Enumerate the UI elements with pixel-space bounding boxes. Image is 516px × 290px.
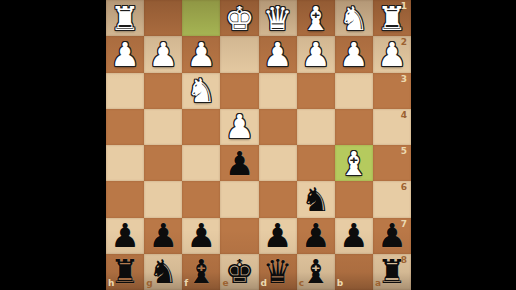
chess-board: ♜♚♛♝♞♜♟♟♟♟♟♟♟♞♟♟♝♞♟♟♟♟♟♟♟♜♞♝♚♛♝♜ 1234567… [106,0,411,290]
white-pawn[interactable]: ♟ [259,36,297,72]
white-pawn[interactable]: ♟ [106,36,144,72]
white-pawn[interactable]: ♟ [335,36,373,72]
chess-board-pieces: ♜♚♛♝♞♜♟♟♟♟♟♟♟♞♟♟♝♞♟♟♟♟♟♟♟♜♞♝♚♛♝♜ [106,0,411,290]
black-bishop[interactable]: ♝ [182,254,220,290]
white-pawn[interactable]: ♟ [182,36,220,72]
black-knight[interactable]: ♞ [144,254,182,290]
black-bar-left [0,0,106,290]
white-pawn[interactable]: ♟ [373,36,411,72]
black-rook[interactable]: ♜ [106,254,144,290]
white-rook[interactable]: ♜ [106,0,144,36]
black-pawn[interactable]: ♟ [220,145,258,181]
black-bishop[interactable]: ♝ [297,254,335,290]
white-knight[interactable]: ♞ [335,0,373,36]
black-rook[interactable]: ♜ [373,254,411,290]
black-queen[interactable]: ♛ [259,254,297,290]
black-pawn[interactable]: ♟ [182,218,220,254]
black-pawn[interactable]: ♟ [297,218,335,254]
white-bishop[interactable]: ♝ [297,0,335,36]
white-king[interactable]: ♚ [220,0,258,36]
black-king[interactable]: ♚ [220,254,258,290]
black-knight[interactable]: ♞ [297,181,335,217]
black-bar-right [411,0,516,290]
black-pawn[interactable]: ♟ [335,218,373,254]
white-pawn[interactable]: ♟ [297,36,335,72]
black-pawn[interactable]: ♟ [106,218,144,254]
white-bishop[interactable]: ♝ [335,145,373,181]
black-pawn[interactable]: ♟ [373,218,411,254]
white-pawn[interactable]: ♟ [220,109,258,145]
white-rook[interactable]: ♜ [373,0,411,36]
white-pawn[interactable]: ♟ [144,36,182,72]
video-frame: ♜♚♛♝♞♜♟♟♟♟♟♟♟♞♟♟♝♞♟♟♟♟♟♟♟♜♞♝♚♛♝♜ 1234567… [0,0,516,290]
white-knight[interactable]: ♞ [182,73,220,109]
black-pawn[interactable]: ♟ [259,218,297,254]
white-queen[interactable]: ♛ [259,0,297,36]
black-pawn[interactable]: ♟ [144,218,182,254]
